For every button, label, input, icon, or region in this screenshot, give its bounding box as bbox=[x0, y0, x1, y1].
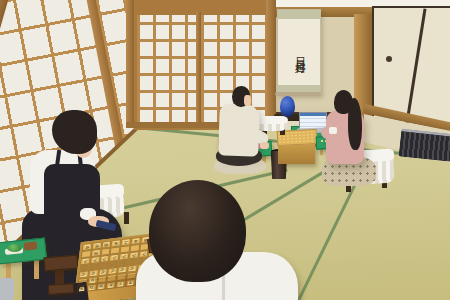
shogi-piece: 王 bbox=[117, 281, 124, 287]
door-frame-right bbox=[266, 0, 276, 126]
shogi-piece: 金 bbox=[108, 282, 115, 288]
floor-heater-unit bbox=[399, 128, 450, 161]
shogi-piece: 王 bbox=[123, 239, 130, 245]
teacup bbox=[329, 127, 337, 134]
hanging-scroll: 日是好日 bbox=[277, 9, 321, 95]
shogi-piece: 歩 bbox=[111, 255, 118, 261]
shogi-piece: 歩 bbox=[100, 269, 107, 275]
scroll-calligraphy: 日是好日 bbox=[278, 22, 320, 84]
equipment-stand bbox=[0, 278, 14, 300]
scroll-rod bbox=[275, 92, 321, 96]
shogi-piece: 金 bbox=[127, 280, 134, 286]
player-back-left-face bbox=[244, 95, 251, 106]
shogi-piece: 歩 bbox=[119, 267, 126, 273]
shogi-piece: 桂 bbox=[93, 243, 100, 249]
komadai-left bbox=[43, 255, 78, 272]
shogi-piece: 歩 bbox=[140, 251, 147, 257]
shogi-piece: 歩 bbox=[82, 258, 89, 264]
shogi-piece: 角 bbox=[89, 278, 96, 284]
bench-leg bbox=[124, 212, 129, 224]
door-meeting-stile bbox=[196, 12, 201, 124]
scroll-mount-band bbox=[278, 10, 320, 19]
player-front-right-head bbox=[149, 180, 246, 282]
white-bench-back-left bbox=[256, 116, 288, 124]
shogi-piece: 歩 bbox=[109, 268, 116, 274]
shogi-piece: 歩 bbox=[130, 252, 137, 258]
shogi-piece: 歩 bbox=[129, 266, 136, 272]
shogi-piece: 歩 bbox=[92, 257, 99, 263]
komadai-base bbox=[48, 283, 75, 295]
shogi-piece: 歩 bbox=[101, 256, 108, 262]
fusuma-handle bbox=[386, 56, 392, 62]
player-left-fringe bbox=[68, 132, 94, 144]
shogi-piece: 歩 bbox=[90, 270, 97, 276]
player-back-left-hand bbox=[260, 142, 269, 149]
player-back-right-head bbox=[334, 90, 353, 114]
shogi-piece: 銀 bbox=[103, 242, 110, 248]
shogi-piece: 金 bbox=[113, 240, 120, 246]
small-box bbox=[24, 241, 38, 250]
fusuma-panel-edge bbox=[404, 9, 426, 130]
blue-vase bbox=[280, 96, 295, 117]
shogi-piece: 香 bbox=[79, 286, 86, 292]
shogi-piece: 金 bbox=[132, 238, 139, 244]
shogi-piece: 香 bbox=[84, 244, 91, 250]
wagashi-sweet bbox=[7, 244, 22, 252]
door-frame-left bbox=[126, 0, 134, 128]
shogi-piece: 桂 bbox=[88, 285, 95, 291]
shogi-match-room: 日是好日 bbox=[0, 0, 450, 300]
shogi-piece: 歩 bbox=[80, 272, 87, 278]
shogi-piece: 飛 bbox=[93, 250, 100, 256]
shogi-piece: 銀 bbox=[98, 284, 105, 290]
shogi-piece: 歩 bbox=[121, 254, 128, 260]
